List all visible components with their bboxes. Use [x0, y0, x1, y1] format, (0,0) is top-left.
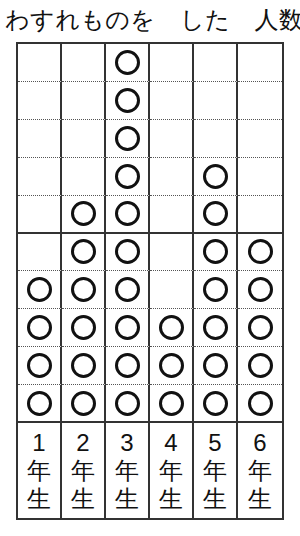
circle-symbol [115, 391, 140, 416]
grid-cell-r8-c3 [106, 309, 150, 347]
grid-cell-r10-c6 [238, 385, 282, 423]
circle-symbol [27, 277, 52, 302]
grid-cell-r9-c2 [62, 347, 106, 385]
grid-cell-r5-c6 [238, 196, 282, 234]
circle-symbol [248, 391, 273, 416]
grid-cell-r1-c1 [18, 44, 62, 82]
grid-cell-r10-c2 [62, 385, 106, 423]
grid-cell-r10-c1 [18, 385, 62, 423]
grid-cell-r4-c6 [238, 158, 282, 196]
circle-symbol [203, 277, 228, 302]
grid-cell-r8-c6 [238, 309, 282, 347]
grid-cell-r4-c2 [62, 158, 106, 196]
circle-symbol [71, 315, 96, 340]
circle-symbol [248, 353, 273, 378]
pictograph-grid: 1年生2年生3年生4年生5年生6年生 [16, 42, 284, 520]
category-label-1年生: 1年生 [18, 423, 62, 518]
grid-cell-r3-c1 [18, 120, 62, 158]
label-char: 年 [115, 457, 139, 485]
grid-cell-r9-c3 [106, 347, 150, 385]
category-label-3年生: 3年生 [106, 423, 150, 518]
circle-symbol [203, 164, 228, 189]
grid-cell-r8-c1 [18, 309, 62, 347]
grid-cell-r3-c5 [194, 120, 238, 158]
grid-cell-r2-c4 [150, 82, 194, 120]
grid-cell-r8-c2 [62, 309, 106, 347]
grid-cell-r3-c6 [238, 120, 282, 158]
grid-cell-r3-c4 [150, 120, 194, 158]
grid-cell-r1-c4 [150, 44, 194, 82]
circle-symbol [203, 315, 228, 340]
grid-cell-r5-c5 [194, 196, 238, 234]
circle-symbol [159, 391, 184, 416]
circle-symbol [203, 391, 228, 416]
grid-cell-r7-c3 [106, 271, 150, 309]
label-char: 6 [253, 429, 266, 457]
label-char: 生 [248, 485, 272, 513]
label-char: 3 [120, 429, 133, 457]
grid-cell-r6-c3 [106, 234, 150, 272]
grid-cell-r5-c1 [18, 196, 62, 234]
grid-cell-r3-c3 [106, 120, 150, 158]
grid-cell-r8-c4 [150, 309, 194, 347]
category-label-5年生: 5年生 [194, 423, 238, 518]
grid-cell-r4-c5 [194, 158, 238, 196]
label-char: 年 [203, 457, 227, 485]
grid-cell-r7-c2 [62, 271, 106, 309]
label-char: 生 [115, 485, 139, 513]
label-char: 5 [208, 429, 221, 457]
grid-cell-r9-c5 [194, 347, 238, 385]
grid-cell-r2-c2 [62, 82, 106, 120]
circle-symbol [115, 315, 140, 340]
label-char: 年 [159, 457, 183, 485]
grid-cell-r10-c5 [194, 385, 238, 423]
circle-symbol [27, 315, 52, 340]
grid-cell-r7-c5 [194, 271, 238, 309]
circle-symbol [115, 239, 140, 264]
circle-symbol [71, 239, 96, 264]
label-char: 生 [159, 485, 183, 513]
category-label-2年生: 2年生 [62, 423, 106, 518]
circle-symbol [71, 353, 96, 378]
grid-cell-r6-c6 [238, 234, 282, 272]
grid-cell-r5-c3 [106, 196, 150, 234]
circle-symbol [203, 239, 228, 264]
circle-symbol [115, 126, 140, 151]
circle-symbol [159, 353, 184, 378]
label-char: 年 [71, 457, 95, 485]
label-char: 生 [27, 485, 51, 513]
label-char: 生 [71, 485, 95, 513]
grid-cell-r6-c2 [62, 234, 106, 272]
circle-symbol [27, 353, 52, 378]
circle-symbol [115, 277, 140, 302]
grid-cell-r1-c6 [238, 44, 282, 82]
circle-symbol [115, 201, 140, 226]
circle-symbol [115, 50, 140, 75]
grid-cell-r4-c4 [150, 158, 194, 196]
grid-cell-r9-c4 [150, 347, 194, 385]
circle-symbol [159, 315, 184, 340]
grid-cell-r3-c2 [62, 120, 106, 158]
circle-symbol [248, 239, 273, 264]
category-label-4年生: 4年生 [150, 423, 194, 518]
grid-cell-r10-c4 [150, 385, 194, 423]
circle-symbol [203, 353, 228, 378]
grid-cell-r1-c5 [194, 44, 238, 82]
grid-cell-r8-c5 [194, 309, 238, 347]
pictograph-page: わすれものを した 人数 1年生2年生3年生4年生5年生6年生 [0, 0, 300, 536]
label-char: 1 [32, 429, 45, 457]
label-char: 年 [27, 457, 51, 485]
grid-cell-r2-c1 [18, 82, 62, 120]
grid-cell-r6-c4 [150, 234, 194, 272]
grid-cell-r4-c3 [106, 158, 150, 196]
circle-symbol [248, 277, 273, 302]
grid-cell-r1-c3 [106, 44, 150, 82]
grid-cell-r9-c1 [18, 347, 62, 385]
circle-symbol [115, 353, 140, 378]
grid-cell-r1-c2 [62, 44, 106, 82]
grid-cell-r7-c6 [238, 271, 282, 309]
circle-symbol [203, 201, 228, 226]
grid-cell-r5-c4 [150, 196, 194, 234]
grid-cell-r6-c1 [18, 234, 62, 272]
label-char: 4 [164, 429, 177, 457]
category-label-6年生: 6年生 [238, 423, 282, 518]
grid-cell-r10-c3 [106, 385, 150, 423]
circle-symbol [71, 391, 96, 416]
circle-symbol [115, 164, 140, 189]
label-char: 生 [203, 485, 227, 513]
grid-cell-r5-c2 [62, 196, 106, 234]
label-char: 年 [248, 457, 272, 485]
grid-cell-r2-c5 [194, 82, 238, 120]
circle-symbol [71, 201, 96, 226]
grid-cell-r9-c6 [238, 347, 282, 385]
circle-symbol [71, 277, 96, 302]
grid-cell-r6-c5 [194, 234, 238, 272]
circle-symbol [27, 391, 52, 416]
grid-cell-r2-c3 [106, 82, 150, 120]
circle-symbol [115, 88, 140, 113]
grid-cell-r4-c1 [18, 158, 62, 196]
grid-cell-r7-c4 [150, 271, 194, 309]
label-char: 2 [76, 429, 89, 457]
grid-cell-r2-c6 [238, 82, 282, 120]
grid-cell-r7-c1 [18, 271, 62, 309]
chart-title: わすれものを した 人数 [5, 4, 297, 36]
circle-symbol [248, 315, 273, 340]
